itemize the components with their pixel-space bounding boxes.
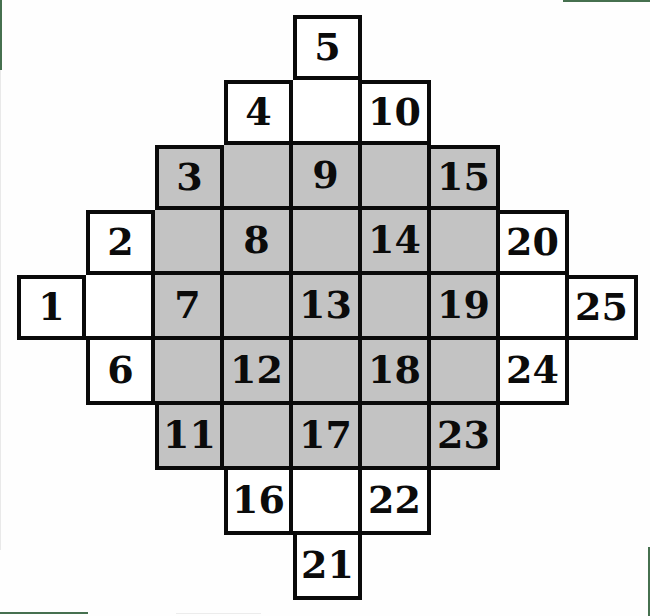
cell-number-15: 15 xyxy=(437,158,490,196)
grid-cell-r5c1-open[interactable]: 1 xyxy=(17,275,86,340)
grid-cell-r7c3-shaded[interactable]: 11 xyxy=(155,405,224,470)
grid-cell-r3c4-shaded[interactable] xyxy=(224,145,293,210)
cell-number-16: 16 xyxy=(232,481,285,519)
grid-cell-r6c8-open[interactable]: 24 xyxy=(500,340,569,405)
grid-cell-r8c5-open[interactable] xyxy=(293,470,362,535)
cell-number-6: 6 xyxy=(107,351,133,389)
grid-cell-r7c4-shaded[interactable] xyxy=(224,405,293,470)
cell-number-21: 21 xyxy=(301,546,354,584)
cell-number-20: 20 xyxy=(506,223,559,261)
grid-cell-r6c2-open[interactable]: 6 xyxy=(86,340,155,405)
cell-number-4: 4 xyxy=(245,93,271,131)
cell-number-1: 1 xyxy=(38,288,64,326)
cell-number-11: 11 xyxy=(163,416,216,454)
grid-cell-r5c3-shaded[interactable]: 7 xyxy=(155,275,224,340)
grid-cell-r2c6-open[interactable]: 10 xyxy=(362,80,431,145)
grid-cell-r5c8-open[interactable] xyxy=(500,275,569,340)
scan-artifact-left-faint-line xyxy=(0,70,1,550)
grid-cell-r3c6-shaded[interactable] xyxy=(362,145,431,210)
grid-cell-r4c3-shaded[interactable] xyxy=(155,210,224,275)
grid-cell-r6c3-shaded[interactable] xyxy=(155,340,224,405)
scan-artifact-left-green-line xyxy=(0,0,2,70)
grid-cell-r6c7-shaded[interactable] xyxy=(431,340,500,405)
grid-cell-r5c9-open[interactable]: 25 xyxy=(569,275,638,340)
cell-number-10: 10 xyxy=(368,93,421,131)
cell-number-25: 25 xyxy=(575,288,628,326)
grid-cell-r4c8-open[interactable]: 20 xyxy=(500,210,569,275)
cell-number-5: 5 xyxy=(314,28,340,66)
grid-cell-r2c4-open[interactable]: 4 xyxy=(224,80,293,145)
cell-number-24: 24 xyxy=(506,351,559,389)
grid-cell-r4c7-shaded[interactable] xyxy=(431,210,500,275)
grid-cell-r4c2-open[interactable]: 2 xyxy=(86,210,155,275)
cell-number-13: 13 xyxy=(299,286,352,324)
grid-cell-r6c6-shaded[interactable]: 18 xyxy=(362,340,431,405)
grid-cell-r3c7-shaded[interactable]: 15 xyxy=(431,145,500,210)
grid-cell-r6c5-shaded[interactable] xyxy=(293,340,362,405)
grid-cell-r3c3-shaded[interactable]: 3 xyxy=(155,145,224,210)
cell-number-22: 22 xyxy=(368,481,421,519)
grid-cell-r4c6-shaded[interactable]: 14 xyxy=(362,210,431,275)
cell-number-14: 14 xyxy=(368,221,421,259)
grid-cell-r5c5-shaded[interactable]: 13 xyxy=(293,275,362,340)
grid-cell-r5c2-open[interactable] xyxy=(86,275,155,340)
puzzle-page: 5410391528142017131925612182411172316222… xyxy=(0,0,650,616)
grid-cell-r7c6-shaded[interactable] xyxy=(362,405,431,470)
cell-number-9: 9 xyxy=(312,156,338,194)
grid-cell-r6c4-shaded[interactable]: 12 xyxy=(224,340,293,405)
cell-number-8: 8 xyxy=(243,221,269,259)
grid-cell-r5c7-shaded[interactable]: 19 xyxy=(431,275,500,340)
grid-cell-r4c4-shaded[interactable]: 8 xyxy=(224,210,293,275)
grid-cell-r4c5-shaded[interactable] xyxy=(293,210,362,275)
cell-number-12: 12 xyxy=(230,351,283,389)
grid-cell-r7c7-shaded[interactable]: 23 xyxy=(431,405,500,470)
grid-cell-r1c5-open[interactable]: 5 xyxy=(293,15,362,80)
grid-cell-r2c5-open[interactable] xyxy=(293,80,362,145)
cell-number-19: 19 xyxy=(437,286,490,324)
grid-cell-r8c4-open[interactable]: 16 xyxy=(224,470,293,535)
grid-cell-r9c5-open[interactable]: 21 xyxy=(293,535,362,600)
grid-cell-r8c6-open[interactable]: 22 xyxy=(362,470,431,535)
grid-cell-r5c4-shaded[interactable] xyxy=(224,275,293,340)
scan-artifact-bottom-faint-line xyxy=(176,613,261,614)
cell-number-17: 17 xyxy=(299,416,352,454)
grid-cell-r7c5-shaded[interactable]: 17 xyxy=(293,405,362,470)
scan-artifact-bottom-left-green-line xyxy=(0,612,88,614)
cell-number-18: 18 xyxy=(368,351,421,389)
grid-cell-r3c5-shaded[interactable]: 9 xyxy=(293,145,362,210)
scan-artifact-top-right-green-line xyxy=(563,0,650,2)
puzzle-board: 5410391528142017131925612182411172316222… xyxy=(0,0,650,616)
cell-number-23: 23 xyxy=(437,416,490,454)
cell-number-7: 7 xyxy=(174,286,200,324)
cell-number-2: 2 xyxy=(107,223,133,261)
grid-cell-r5c6-shaded[interactable] xyxy=(362,275,431,340)
cell-number-3: 3 xyxy=(176,158,202,196)
